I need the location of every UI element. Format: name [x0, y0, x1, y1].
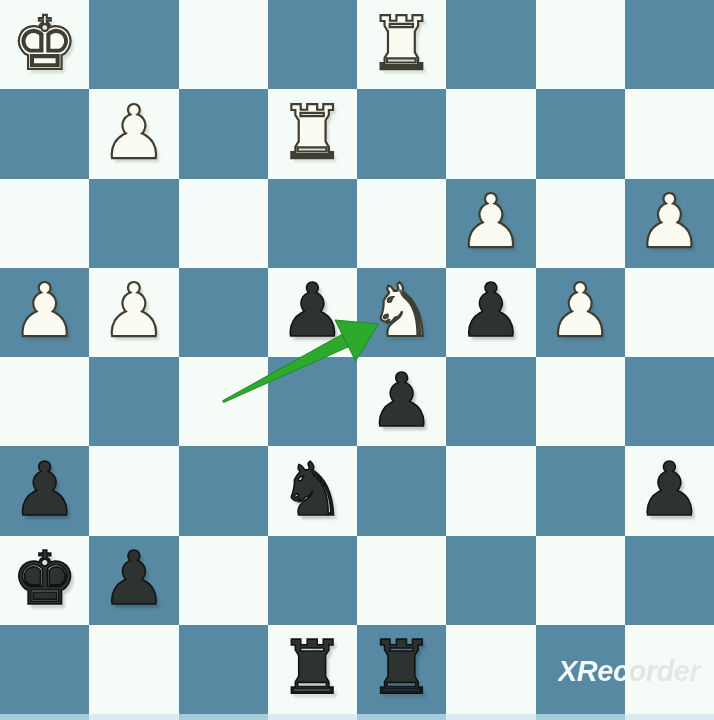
square-g4[interactable] — [536, 357, 625, 446]
square-e6[interactable] — [357, 179, 446, 268]
piece-black-pawn[interactable]: ♟ — [458, 273, 524, 347]
bottom-strip-cell — [446, 714, 535, 720]
square-b6[interactable] — [89, 179, 178, 268]
square-f3[interactable] — [446, 446, 535, 535]
square-a8[interactable]: ♚ — [0, 0, 89, 89]
square-a7[interactable] — [0, 89, 89, 178]
square-a3[interactable]: ♟ — [0, 446, 89, 535]
square-d8[interactable] — [268, 0, 357, 89]
square-b8[interactable] — [89, 0, 178, 89]
square-d3[interactable]: ♞ — [268, 446, 357, 535]
square-e2[interactable] — [357, 536, 446, 625]
square-a1[interactable] — [0, 625, 89, 714]
square-c8[interactable] — [179, 0, 268, 89]
square-g6[interactable] — [536, 179, 625, 268]
square-g5[interactable]: ♟ — [536, 268, 625, 357]
bottom-strip-cell — [536, 714, 625, 720]
piece-black-rook[interactable]: ♜ — [368, 630, 434, 704]
square-h1[interactable] — [625, 625, 714, 714]
square-e3[interactable] — [357, 446, 446, 535]
square-e1[interactable]: ♜ — [357, 625, 446, 714]
square-h2[interactable] — [625, 536, 714, 625]
square-a6[interactable] — [0, 179, 89, 268]
square-a5[interactable]: ♟ — [0, 268, 89, 357]
square-c7[interactable] — [179, 89, 268, 178]
square-f2[interactable] — [446, 536, 535, 625]
square-c6[interactable] — [179, 179, 268, 268]
square-f5[interactable]: ♟ — [446, 268, 535, 357]
square-c5[interactable] — [179, 268, 268, 357]
square-c3[interactable] — [179, 446, 268, 535]
square-f6[interactable]: ♟ — [446, 179, 535, 268]
square-h5[interactable] — [625, 268, 714, 357]
square-d2[interactable] — [268, 536, 357, 625]
square-d4[interactable] — [268, 357, 357, 446]
bottom-strip-cell — [179, 714, 268, 720]
square-a2[interactable]: ♚ — [0, 536, 89, 625]
bottom-strip-cell — [625, 714, 714, 720]
piece-white-pawn[interactable]: ♟ — [101, 273, 167, 347]
piece-black-pawn[interactable]: ♟ — [279, 273, 345, 347]
piece-white-rook[interactable]: ♜ — [279, 95, 345, 169]
piece-white-pawn[interactable]: ♟ — [636, 184, 702, 258]
square-c2[interactable] — [179, 536, 268, 625]
piece-white-pawn[interactable]: ♟ — [101, 95, 167, 169]
piece-black-knight[interactable]: ♞ — [279, 452, 345, 526]
square-b3[interactable] — [89, 446, 178, 535]
chess-board[interactable]: ♚♜♟♜♟♟♟♟♟♞♟♟♟♟♞♟♚♟♜♜ — [0, 0, 714, 714]
square-h4[interactable] — [625, 357, 714, 446]
square-f7[interactable] — [446, 89, 535, 178]
square-d7[interactable]: ♜ — [268, 89, 357, 178]
piece-white-king[interactable]: ♚ — [11, 6, 77, 80]
piece-white-pawn[interactable]: ♟ — [458, 184, 524, 258]
square-d5[interactable]: ♟ — [268, 268, 357, 357]
square-e7[interactable] — [357, 89, 446, 178]
bottom-strip-cell — [357, 714, 446, 720]
square-e8[interactable]: ♜ — [357, 0, 446, 89]
square-b1[interactable] — [89, 625, 178, 714]
screen: ♚♜♟♜♟♟♟♟♟♞♟♟♟♟♞♟♚♟♜♜ XRecorder — [0, 0, 714, 720]
piece-black-pawn[interactable]: ♟ — [11, 452, 77, 526]
square-g1[interactable] — [536, 625, 625, 714]
square-c1[interactable] — [179, 625, 268, 714]
square-f1[interactable] — [446, 625, 535, 714]
square-f8[interactable] — [446, 0, 535, 89]
square-d1[interactable]: ♜ — [268, 625, 357, 714]
square-f4[interactable] — [446, 357, 535, 446]
piece-black-king[interactable]: ♚ — [11, 541, 77, 615]
piece-white-knight[interactable]: ♞ — [368, 273, 434, 347]
bottom-strip — [0, 714, 714, 720]
square-g8[interactable] — [536, 0, 625, 89]
piece-white-pawn[interactable]: ♟ — [11, 273, 77, 347]
square-g7[interactable] — [536, 89, 625, 178]
square-b5[interactable]: ♟ — [89, 268, 178, 357]
square-h8[interactable] — [625, 0, 714, 89]
square-e4[interactable]: ♟ — [357, 357, 446, 446]
square-b7[interactable]: ♟ — [89, 89, 178, 178]
piece-black-pawn[interactable]: ♟ — [636, 452, 702, 526]
square-a4[interactable] — [0, 357, 89, 446]
piece-black-pawn[interactable]: ♟ — [101, 541, 167, 615]
square-h7[interactable] — [625, 89, 714, 178]
square-h3[interactable]: ♟ — [625, 446, 714, 535]
square-h6[interactable]: ♟ — [625, 179, 714, 268]
piece-white-pawn[interactable]: ♟ — [547, 273, 613, 347]
square-c4[interactable] — [179, 357, 268, 446]
piece-black-rook[interactable]: ♜ — [279, 630, 345, 704]
square-b2[interactable]: ♟ — [89, 536, 178, 625]
square-g3[interactable] — [536, 446, 625, 535]
square-e5[interactable]: ♞ — [357, 268, 446, 357]
square-b4[interactable] — [89, 357, 178, 446]
piece-white-rook[interactable]: ♜ — [368, 6, 434, 80]
bottom-strip-cell — [89, 714, 178, 720]
square-g2[interactable] — [536, 536, 625, 625]
piece-black-pawn[interactable]: ♟ — [368, 363, 434, 437]
bottom-strip-cell — [268, 714, 357, 720]
bottom-strip-cell — [0, 714, 89, 720]
square-d6[interactable] — [268, 179, 357, 268]
